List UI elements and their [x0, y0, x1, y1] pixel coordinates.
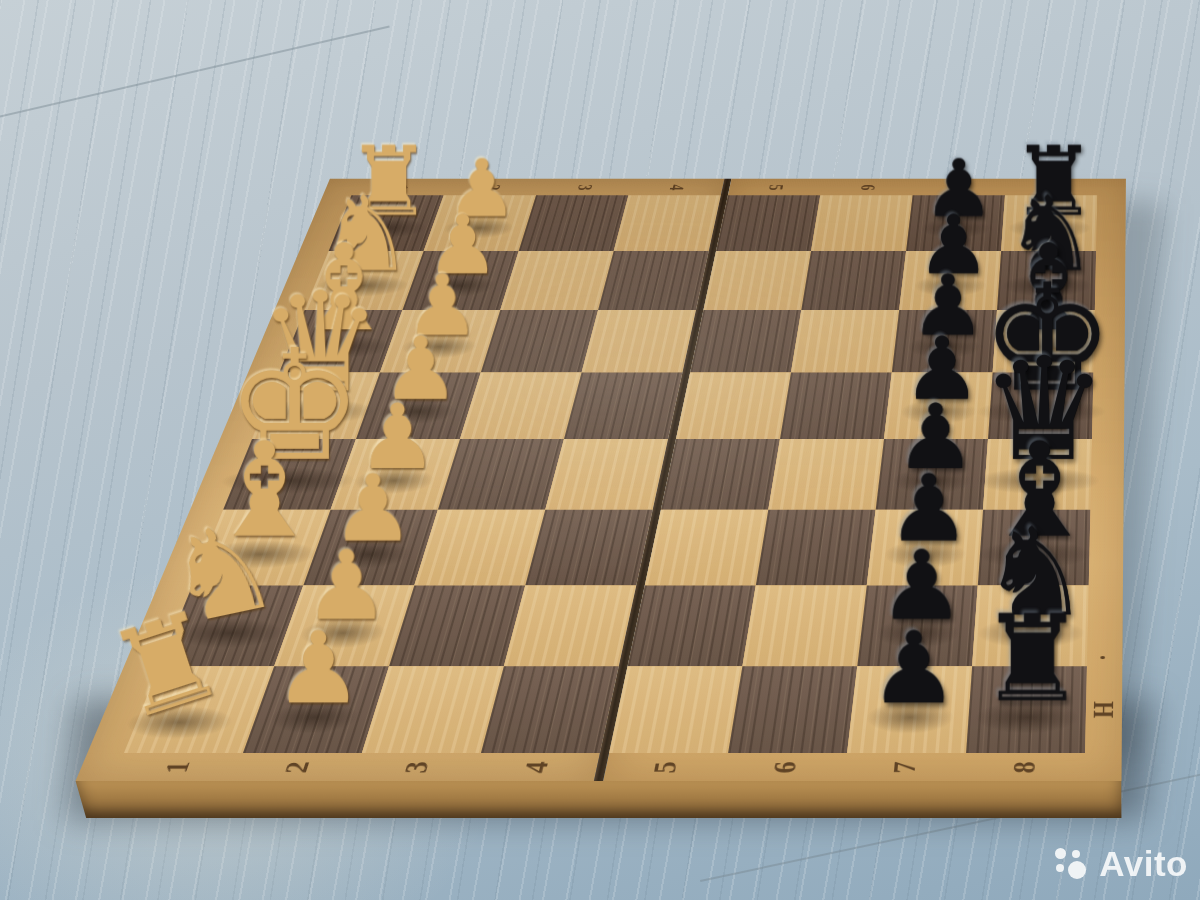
square-h6: [728, 666, 857, 753]
avito-logo-dots-icon: [1053, 846, 1089, 882]
square-f6: [756, 510, 876, 586]
rank-label-far-4: 4: [664, 182, 690, 193]
piece-black-pawn-h7: ♟: [869, 618, 950, 717]
board-front-face: [76, 781, 1122, 818]
square-a4: [614, 195, 721, 251]
square-b6: [801, 251, 906, 310]
square-h4: [481, 666, 619, 753]
avito-watermark-text: Avito: [1099, 844, 1188, 884]
piece-white-pawn-h2: ♟: [274, 618, 355, 717]
photo-scene: 1234567812345678H·♜♟♟♜♞♟♟♞♝♟♟♝♛♟♟♚♚♟♟♛♝♟…: [0, 0, 1200, 900]
square-f5: [645, 510, 768, 586]
rank-label-far-5: 5: [763, 182, 788, 193]
square-a3: [519, 195, 629, 251]
rank-label-far-3: 3: [571, 182, 597, 193]
chess-board: 1234567812345678H·♜♟♟♜♞♟♟♞♝♟♟♝♛♟♟♚♚♟♟♛♝♟…: [76, 179, 1126, 781]
piece-glyph: ♟: [274, 618, 355, 717]
rank-label-far-6: 6: [855, 182, 880, 193]
square-h5: [609, 666, 742, 753]
avito-watermark: Avito: [1053, 844, 1188, 884]
square-f4: [525, 510, 652, 586]
piece-black-rook-h8: ♜: [978, 598, 1076, 718]
square-f3: [414, 510, 545, 586]
square-a5: [716, 195, 820, 251]
piece-glyph: ♟: [869, 618, 950, 717]
piece-glyph: ♜: [978, 598, 1076, 718]
square-a6: [811, 195, 913, 251]
square-b4: [598, 251, 709, 310]
square-b3: [500, 251, 613, 310]
square-b5: [703, 251, 811, 310]
